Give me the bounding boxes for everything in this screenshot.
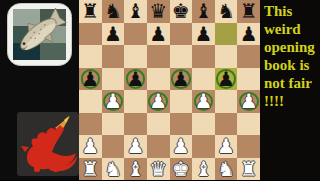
square-b8[interactable]: ♞ <box>102 0 125 23</box>
square-f6[interactable] <box>192 45 215 68</box>
square-h5[interactable] <box>237 68 260 91</box>
green-circle-annotation <box>148 92 168 112</box>
square-d6[interactable] <box>147 45 170 68</box>
square-h3[interactable] <box>237 113 260 136</box>
square-b2[interactable] <box>102 135 125 158</box>
green-circle-annotation <box>103 92 123 112</box>
square-c8[interactable]: ♝ <box>124 0 147 23</box>
black-p-piece: ♟ <box>194 24 212 44</box>
square-d5[interactable] <box>147 68 170 91</box>
square-g3[interactable] <box>215 113 238 136</box>
square-d1[interactable]: ♛ <box>147 158 170 181</box>
green-circle-annotation <box>239 92 259 112</box>
caption-line-2: weird <box>264 20 320 38</box>
square-h7[interactable]: ♟ <box>237 23 260 46</box>
green-circle-annotation <box>126 69 146 89</box>
white-n-piece: ♞ <box>217 159 235 179</box>
square-h2[interactable] <box>237 135 260 158</box>
black-p-piece: ♟ <box>240 24 258 44</box>
caption-panel: Thisweirdopeningbook isnot fair!!!! <box>260 0 320 180</box>
caption-line-4: book is <box>264 56 320 74</box>
square-b3[interactable] <box>102 113 125 136</box>
square-c3[interactable] <box>124 113 147 136</box>
caption-text: Thisweirdopeningbook isnot fair!!!! <box>260 0 320 110</box>
square-d2[interactable] <box>147 135 170 158</box>
square-f7[interactable]: ♟ <box>192 23 215 46</box>
black-b-piece: ♝ <box>127 1 145 21</box>
square-f3[interactable] <box>192 113 215 136</box>
square-g4[interactable] <box>215 90 238 113</box>
white-b-piece: ♝ <box>127 159 145 179</box>
stockfish-logo-icon <box>7 3 72 66</box>
square-e6[interactable] <box>170 45 193 68</box>
square-e5[interactable]: ♟ <box>170 68 193 91</box>
square-b4[interactable]: ♟ <box>102 90 125 113</box>
square-d8[interactable]: ♛ <box>147 0 170 23</box>
black-p-piece: ♟ <box>104 24 122 44</box>
square-c7[interactable] <box>124 23 147 46</box>
white-r-piece: ♜ <box>240 159 258 179</box>
square-a3[interactable] <box>79 113 102 136</box>
green-circle-annotation <box>216 69 236 89</box>
white-k-piece: ♚ <box>172 159 190 179</box>
caption-line-3: opening <box>264 38 320 56</box>
square-g1[interactable]: ♞ <box>215 158 238 181</box>
square-g6[interactable] <box>215 45 238 68</box>
square-a8[interactable]: ♜ <box>79 0 102 23</box>
square-e8[interactable]: ♚ <box>170 0 193 23</box>
square-h8[interactable]: ♜ <box>237 0 260 23</box>
square-g8[interactable]: ♞ <box>215 0 238 23</box>
square-e4[interactable] <box>170 90 193 113</box>
left-panel <box>0 0 79 180</box>
komodo-dragon-logo-icon <box>17 112 79 176</box>
square-g5[interactable]: ♟ <box>215 68 238 91</box>
square-h4[interactable]: ♟ <box>237 90 260 113</box>
black-q-piece: ♛ <box>149 1 167 21</box>
square-a2[interactable]: ♟ <box>79 135 102 158</box>
caption-line-5: not fair <box>264 74 320 92</box>
square-g2[interactable]: ♟ <box>215 135 238 158</box>
square-a5[interactable]: ♟ <box>79 68 102 91</box>
white-n-piece: ♞ <box>104 159 122 179</box>
black-b-piece: ♝ <box>194 1 212 21</box>
square-a4[interactable] <box>79 90 102 113</box>
square-e7[interactable] <box>170 23 193 46</box>
square-c4[interactable] <box>124 90 147 113</box>
square-c6[interactable] <box>124 45 147 68</box>
green-circle-annotation <box>171 69 191 89</box>
black-k-piece: ♚ <box>172 1 190 21</box>
video-thumbnail: ♜♞♝♛♚♝♞♜♟♟♟♟♟♟♟♟♟♟♟♟♟♟♟♟♜♞♝♛♚♝♞♜ Thiswei… <box>0 0 320 180</box>
black-p-piece: ♟ <box>149 24 167 44</box>
chess-board[interactable]: ♜♞♝♛♚♝♞♜♟♟♟♟♟♟♟♟♟♟♟♟♟♟♟♟♜♞♝♛♚♝♞♜ <box>79 0 260 180</box>
square-e2[interactable]: ♟ <box>170 135 193 158</box>
square-g7[interactable] <box>215 23 238 46</box>
square-f2[interactable] <box>192 135 215 158</box>
square-d7[interactable]: ♟ <box>147 23 170 46</box>
square-b6[interactable] <box>102 45 125 68</box>
green-circle-annotation <box>194 92 214 112</box>
square-f8[interactable]: ♝ <box>192 0 215 23</box>
square-c5[interactable]: ♟ <box>124 68 147 91</box>
white-p-piece: ♟ <box>81 136 99 156</box>
black-n-piece: ♞ <box>104 1 122 21</box>
white-p-piece: ♟ <box>172 136 190 156</box>
white-p-piece: ♟ <box>127 136 145 156</box>
black-n-piece: ♞ <box>217 1 235 21</box>
square-e1[interactable]: ♚ <box>170 158 193 181</box>
black-r-piece: ♜ <box>240 1 258 21</box>
square-f4[interactable]: ♟ <box>192 90 215 113</box>
square-b7[interactable]: ♟ <box>102 23 125 46</box>
square-c1[interactable]: ♝ <box>124 158 147 181</box>
white-q-piece: ♛ <box>149 159 167 179</box>
caption-line-6: !!!! <box>264 92 320 110</box>
white-r-piece: ♜ <box>81 159 99 179</box>
square-d4[interactable]: ♟ <box>147 90 170 113</box>
square-a7[interactable] <box>79 23 102 46</box>
white-b-piece: ♝ <box>194 159 212 179</box>
square-a6[interactable] <box>79 45 102 68</box>
white-p-piece: ♟ <box>217 136 235 156</box>
square-f5[interactable] <box>192 68 215 91</box>
square-e3[interactable] <box>170 113 193 136</box>
black-r-piece: ♜ <box>81 1 99 21</box>
square-b5[interactable] <box>102 68 125 91</box>
square-c2[interactable]: ♟ <box>124 135 147 158</box>
square-h1[interactable]: ♜ <box>237 158 260 181</box>
square-f1[interactable]: ♝ <box>192 158 215 181</box>
square-d3[interactable] <box>147 113 170 136</box>
square-b1[interactable]: ♞ <box>102 158 125 181</box>
square-a1[interactable]: ♜ <box>79 158 102 181</box>
caption-line-1: This <box>264 2 320 20</box>
square-h6[interactable] <box>237 45 260 68</box>
green-circle-annotation <box>81 69 101 89</box>
